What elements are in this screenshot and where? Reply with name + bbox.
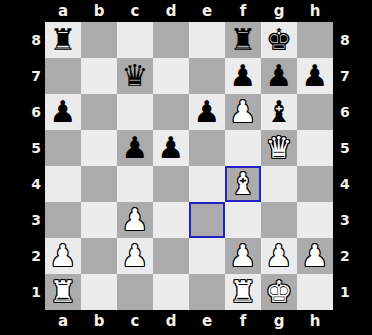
square-d5[interactable]: ♟ [153,130,189,166]
square-d7[interactable] [153,58,189,94]
file-labels-top: abcdefgh [45,0,333,22]
square-e1[interactable] [189,274,225,310]
white-king: ♚ [266,274,293,310]
square-b2[interactable] [81,238,117,274]
square-f5[interactable] [225,130,261,166]
square-e6[interactable]: ♟ [189,94,225,130]
rank-label-8: 8 [340,22,372,58]
square-c3[interactable]: ♟ [117,202,153,238]
black-pawn: ♟ [302,58,329,94]
square-b6[interactable] [81,94,117,130]
square-b7[interactable] [81,58,117,94]
white-pawn: ♟ [230,238,257,274]
square-g6[interactable]: ♝ [261,94,297,130]
square-h2[interactable]: ♟ [297,238,333,274]
square-b8[interactable] [81,22,117,58]
chess-board: ♜♜♚♛♟♟♟♟♟♟♝♟♟♛♝♟♟♟♟♟♟♜♜♚ [45,22,333,310]
file-label-d: d [153,0,189,22]
file-label-c: c [117,0,153,22]
black-pawn: ♟ [158,130,185,166]
square-c2[interactable]: ♟ [117,238,153,274]
square-c5[interactable]: ♟ [117,130,153,166]
rank-label-6: 6 [0,94,41,130]
white-bishop: ♝ [230,166,257,202]
square-h5[interactable] [297,130,333,166]
rank-label-3: 3 [340,202,372,238]
square-g4[interactable] [261,166,297,202]
square-c4[interactable] [117,166,153,202]
file-label-g: g [261,0,297,22]
rank-label-5: 5 [0,130,41,166]
file-label-a: a [45,0,81,22]
square-g5[interactable]: ♛ [261,130,297,166]
rank-label-7: 7 [340,58,372,94]
square-a2[interactable]: ♟ [45,238,81,274]
square-h6[interactable] [297,94,333,130]
square-b1[interactable] [81,274,117,310]
square-c7[interactable]: ♛ [117,58,153,94]
square-e4[interactable] [189,166,225,202]
square-h7[interactable]: ♟ [297,58,333,94]
square-a7[interactable] [45,58,81,94]
square-g2[interactable]: ♟ [261,238,297,274]
square-e8[interactable] [189,22,225,58]
black-rook: ♜ [230,22,257,58]
white-pawn: ♟ [302,238,329,274]
black-rook: ♜ [50,22,77,58]
rank-label-5: 5 [340,130,372,166]
square-g1[interactable]: ♚ [261,274,297,310]
chess-board-screenshot: abcdefgh 87654321 ♜♜♚♛♟♟♟♟♟♟♝♟♟♛♝♟♟♟♟♟♟♜… [0,0,372,335]
square-f2[interactable]: ♟ [225,238,261,274]
file-label-b: b [81,0,117,22]
rank-label-1: 1 [340,274,372,310]
black-pawn: ♟ [266,58,293,94]
square-e2[interactable] [189,238,225,274]
file-label-f: f [225,310,261,335]
square-d4[interactable] [153,166,189,202]
file-label-a: a [45,310,81,335]
black-king: ♚ [266,22,293,58]
white-pawn: ♟ [122,238,149,274]
rank-labels-right: 87654321 [340,22,372,310]
square-h8[interactable] [297,22,333,58]
rank-labels-left: 87654321 [0,22,41,310]
square-a6[interactable]: ♟ [45,94,81,130]
file-label-h: h [297,310,333,335]
square-a1[interactable]: ♜ [45,274,81,310]
black-pawn: ♟ [194,94,221,130]
square-b5[interactable] [81,130,117,166]
black-queen: ♛ [122,58,149,94]
white-queen: ♛ [266,130,293,166]
white-pawn: ♟ [230,94,257,130]
file-label-g: g [261,310,297,335]
white-rook: ♜ [50,274,77,310]
square-d1[interactable] [153,274,189,310]
square-g7[interactable]: ♟ [261,58,297,94]
square-a4[interactable] [45,166,81,202]
file-label-h: h [297,0,333,22]
black-bishop: ♝ [266,94,293,130]
square-d8[interactable] [153,22,189,58]
rank-label-1: 1 [0,274,41,310]
rank-label-8: 8 [0,22,41,58]
square-e7[interactable] [189,58,225,94]
file-label-c: c [117,310,153,335]
file-label-d: d [153,310,189,335]
square-g8[interactable]: ♚ [261,22,297,58]
square-g3[interactable] [261,202,297,238]
black-pawn: ♟ [230,58,257,94]
file-labels-bottom: abcdefgh [45,310,333,335]
square-e5[interactable] [189,130,225,166]
black-pawn: ♟ [122,130,149,166]
square-b3[interactable] [81,202,117,238]
rank-label-7: 7 [0,58,41,94]
square-d2[interactable] [153,238,189,274]
square-d3[interactable] [153,202,189,238]
rank-label-2: 2 [0,238,41,274]
rank-label-4: 4 [0,166,41,202]
square-a3[interactable] [45,202,81,238]
square-c8[interactable] [117,22,153,58]
square-f3[interactable] [225,202,261,238]
white-rook: ♜ [230,274,257,310]
square-f8[interactable]: ♜ [225,22,261,58]
white-pawn: ♟ [266,238,293,274]
square-f4[interactable]: ♝ [225,166,261,202]
square-d6[interactable] [153,94,189,130]
square-f1[interactable]: ♜ [225,274,261,310]
square-c1[interactable] [117,274,153,310]
square-c6[interactable] [117,94,153,130]
white-pawn: ♟ [50,238,77,274]
square-f6[interactable]: ♟ [225,94,261,130]
white-pawn: ♟ [122,202,149,238]
rank-label-2: 2 [340,238,372,274]
square-e3[interactable] [189,202,225,238]
file-label-f: f [225,0,261,22]
square-a8[interactable]: ♜ [45,22,81,58]
rank-label-4: 4 [340,166,372,202]
square-h4[interactable] [297,166,333,202]
black-pawn: ♟ [50,94,77,130]
square-f7[interactable]: ♟ [225,58,261,94]
square-h1[interactable] [297,274,333,310]
square-h3[interactable] [297,202,333,238]
file-label-e: e [189,0,225,22]
file-label-e: e [189,310,225,335]
square-a5[interactable] [45,130,81,166]
file-label-b: b [81,310,117,335]
rank-label-3: 3 [0,202,41,238]
rank-label-6: 6 [340,94,372,130]
square-b4[interactable] [81,166,117,202]
